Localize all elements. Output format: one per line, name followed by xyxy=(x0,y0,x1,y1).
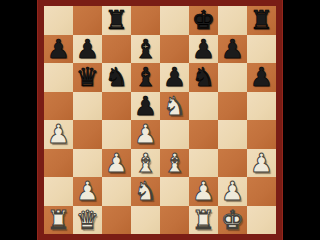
square-e4[interactable] xyxy=(160,120,189,149)
square-f4[interactable] xyxy=(189,120,218,149)
square-b8[interactable] xyxy=(73,6,102,35)
square-g3[interactable] xyxy=(218,149,247,178)
square-e2[interactable] xyxy=(160,177,189,206)
square-a1[interactable]: ♜ xyxy=(44,206,73,235)
square-a5[interactable] xyxy=(44,92,73,121)
white-pawn-piece: ♟ xyxy=(102,149,131,178)
square-b1[interactable]: ♛ xyxy=(73,206,102,235)
square-g8[interactable] xyxy=(218,6,247,35)
square-f5[interactable] xyxy=(189,92,218,121)
square-d8[interactable] xyxy=(131,6,160,35)
square-g7[interactable]: ♟ xyxy=(218,35,247,64)
square-c7[interactable] xyxy=(102,35,131,64)
black-pawn-piece: ♟ xyxy=(73,35,102,64)
square-h8[interactable]: ♜ xyxy=(247,6,276,35)
square-a7[interactable]: ♟ xyxy=(44,35,73,64)
square-c4[interactable] xyxy=(102,120,131,149)
black-pawn-piece: ♟ xyxy=(160,63,189,92)
square-f6[interactable]: ♞ xyxy=(189,63,218,92)
square-d4[interactable]: ♟ xyxy=(131,120,160,149)
square-h7[interactable] xyxy=(247,35,276,64)
chess-board-frame: ♜♚♜♟♟♝♟♟♛♞♝♟♞♟♟♞♟♟♟♝♝♟♟♞♟♟♜♛♜♚ xyxy=(38,0,282,240)
square-g5[interactable] xyxy=(218,92,247,121)
square-d2[interactable]: ♞ xyxy=(131,177,160,206)
white-rook-piece: ♜ xyxy=(44,206,73,235)
square-c1[interactable] xyxy=(102,206,131,235)
black-knight-piece: ♞ xyxy=(102,63,131,92)
square-e7[interactable] xyxy=(160,35,189,64)
square-d1[interactable] xyxy=(131,206,160,235)
square-f2[interactable]: ♟ xyxy=(189,177,218,206)
black-bishop-piece: ♝ xyxy=(131,35,160,64)
square-a4[interactable]: ♟ xyxy=(44,120,73,149)
white-rook-piece: ♜ xyxy=(189,206,218,235)
square-h1[interactable] xyxy=(247,206,276,235)
square-a6[interactable] xyxy=(44,63,73,92)
video-frame: ♜♚♜♟♟♝♟♟♛♞♝♟♞♟♟♞♟♟♟♝♝♟♟♞♟♟♜♛♜♚ xyxy=(0,0,320,240)
square-g4[interactable] xyxy=(218,120,247,149)
square-g6[interactable] xyxy=(218,63,247,92)
white-pawn-piece: ♟ xyxy=(218,177,247,206)
square-d7[interactable]: ♝ xyxy=(131,35,160,64)
white-pawn-piece: ♟ xyxy=(247,149,276,178)
square-f8[interactable]: ♚ xyxy=(189,6,218,35)
square-c6[interactable]: ♞ xyxy=(102,63,131,92)
white-pawn-piece: ♟ xyxy=(44,120,73,149)
square-h2[interactable] xyxy=(247,177,276,206)
square-d5[interactable]: ♟ xyxy=(131,92,160,121)
white-knight-piece: ♞ xyxy=(160,92,189,121)
square-b4[interactable] xyxy=(73,120,102,149)
white-pawn-piece: ♟ xyxy=(189,177,218,206)
black-pawn-piece: ♟ xyxy=(218,35,247,64)
black-rook-piece: ♜ xyxy=(247,6,276,35)
square-b2[interactable]: ♟ xyxy=(73,177,102,206)
black-rook-piece: ♜ xyxy=(102,6,131,35)
square-e1[interactable] xyxy=(160,206,189,235)
square-b5[interactable] xyxy=(73,92,102,121)
square-f1[interactable]: ♜ xyxy=(189,206,218,235)
square-h3[interactable]: ♟ xyxy=(247,149,276,178)
square-e3[interactable]: ♝ xyxy=(160,149,189,178)
letterbox-left xyxy=(0,0,38,240)
black-pawn-piece: ♟ xyxy=(189,35,218,64)
black-bishop-piece: ♝ xyxy=(131,63,160,92)
black-queen-piece: ♛ xyxy=(73,63,102,92)
square-e6[interactable]: ♟ xyxy=(160,63,189,92)
square-h6[interactable]: ♟ xyxy=(247,63,276,92)
chess-board: ♜♚♜♟♟♝♟♟♛♞♝♟♞♟♟♞♟♟♟♝♝♟♟♞♟♟♜♛♜♚ xyxy=(44,6,276,234)
square-d3[interactable]: ♝ xyxy=(131,149,160,178)
square-g2[interactable]: ♟ xyxy=(218,177,247,206)
black-king-piece: ♚ xyxy=(189,6,218,35)
white-knight-piece: ♞ xyxy=(131,177,160,206)
square-b6[interactable]: ♛ xyxy=(73,63,102,92)
square-f3[interactable] xyxy=(189,149,218,178)
square-f7[interactable]: ♟ xyxy=(189,35,218,64)
black-knight-piece: ♞ xyxy=(189,63,218,92)
square-b7[interactable]: ♟ xyxy=(73,35,102,64)
square-a2[interactable] xyxy=(44,177,73,206)
white-queen-piece: ♛ xyxy=(73,206,102,235)
letterbox-right xyxy=(282,0,320,240)
white-pawn-piece: ♟ xyxy=(131,120,160,149)
square-c3[interactable]: ♟ xyxy=(102,149,131,178)
white-bishop-piece: ♝ xyxy=(160,149,189,178)
square-c2[interactable] xyxy=(102,177,131,206)
square-e8[interactable] xyxy=(160,6,189,35)
black-pawn-piece: ♟ xyxy=(44,35,73,64)
square-d6[interactable]: ♝ xyxy=(131,63,160,92)
square-g1[interactable]: ♚ xyxy=(218,206,247,235)
black-pawn-piece: ♟ xyxy=(247,63,276,92)
white-bishop-piece: ♝ xyxy=(131,149,160,178)
square-e5[interactable]: ♞ xyxy=(160,92,189,121)
square-a3[interactable] xyxy=(44,149,73,178)
square-c5[interactable] xyxy=(102,92,131,121)
square-h5[interactable] xyxy=(247,92,276,121)
square-a8[interactable] xyxy=(44,6,73,35)
black-pawn-piece: ♟ xyxy=(131,92,160,121)
square-h4[interactable] xyxy=(247,120,276,149)
white-pawn-piece: ♟ xyxy=(73,177,102,206)
square-b3[interactable] xyxy=(73,149,102,178)
square-c8[interactable]: ♜ xyxy=(102,6,131,35)
white-king-piece: ♚ xyxy=(218,206,247,235)
